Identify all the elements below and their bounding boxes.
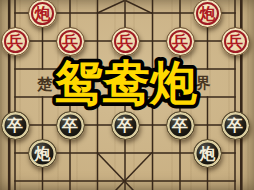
title-text: 鸳鸯炮 — [55, 55, 197, 110]
title-overlay: 鸳鸯炮 — [0, 0, 254, 190]
xiangqi-board: 楚 界 炮炮兵兵兵兵兵卒卒卒卒炮炮卒 鸳鸯炮 — [0, 0, 254, 190]
